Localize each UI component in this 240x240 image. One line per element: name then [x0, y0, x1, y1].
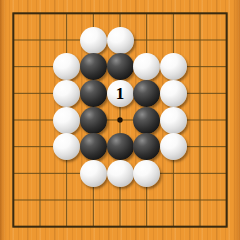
white-stone [80, 27, 107, 54]
black-stone [133, 133, 160, 160]
white-stone [107, 27, 134, 54]
black-stone [133, 107, 160, 134]
black-stone [133, 80, 160, 107]
black-stone [107, 53, 134, 80]
black-stone [80, 107, 107, 134]
white-stone [160, 133, 187, 160]
black-stone [80, 53, 107, 80]
white-stone-move-1: 1 [107, 80, 134, 107]
white-stone [160, 80, 187, 107]
stones-layer: 1 [0, 0, 240, 240]
white-stone [53, 107, 80, 134]
move-number-label: 1 [107, 80, 134, 107]
white-stone [53, 80, 80, 107]
white-stone [53, 133, 80, 160]
white-stone [133, 160, 160, 187]
black-stone [107, 133, 134, 160]
black-stone [80, 133, 107, 160]
white-stone [53, 53, 80, 80]
white-stone [133, 53, 160, 80]
white-stone [160, 53, 187, 80]
go-board[interactable]: 1 [0, 0, 240, 240]
white-stone [160, 107, 187, 134]
white-stone [107, 160, 134, 187]
white-stone [80, 160, 107, 187]
black-stone [80, 80, 107, 107]
